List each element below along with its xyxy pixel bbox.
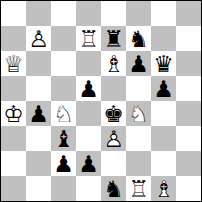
square-b6[interactable] (26, 51, 51, 76)
square-b7[interactable]: ♟♙ (26, 26, 51, 51)
piece-black-rook: ♜ (101, 26, 126, 51)
square-d6[interactable] (76, 51, 101, 76)
square-d2[interactable]: ♟ (76, 151, 101, 176)
piece-black-knight: ♞ (101, 176, 126, 201)
square-h4[interactable] (176, 101, 201, 126)
square-h5[interactable] (176, 76, 201, 101)
piece-black-pawn: ♟ (151, 76, 176, 101)
square-e8[interactable] (101, 1, 126, 26)
square-d1[interactable] (76, 176, 101, 201)
square-g5[interactable]: ♟ (151, 76, 176, 101)
square-h2[interactable] (176, 151, 201, 176)
square-d7[interactable]: ♜♖ (76, 26, 101, 51)
square-e7[interactable]: ♜ (101, 26, 126, 51)
piece-white-bishop: ♝♗ (151, 176, 176, 201)
square-c3[interactable]: ♝ (51, 126, 76, 151)
square-f3[interactable] (126, 126, 151, 151)
piece-black-pawn: ♟ (26, 101, 51, 126)
square-h3[interactable] (176, 126, 201, 151)
square-e2[interactable] (101, 151, 126, 176)
square-c6[interactable] (51, 51, 76, 76)
square-g2[interactable] (151, 151, 176, 176)
piece-white-pawn: ♟♙ (101, 126, 126, 151)
square-b8[interactable] (26, 1, 51, 26)
piece-white-bishop: ♝♗ (101, 51, 126, 76)
piece-black-knight: ♞ (126, 26, 151, 51)
square-a1[interactable] (1, 176, 26, 201)
square-b1[interactable] (26, 176, 51, 201)
square-a5[interactable] (1, 76, 26, 101)
piece-black-pawn: ♟ (76, 151, 101, 176)
square-f2[interactable] (126, 151, 151, 176)
square-b3[interactable] (26, 126, 51, 151)
square-g6[interactable]: ♛ (151, 51, 176, 76)
piece-black-pawn: ♟ (76, 76, 101, 101)
square-e4[interactable]: ♚ (101, 101, 126, 126)
square-b4[interactable]: ♟ (26, 101, 51, 126)
square-e5[interactable] (101, 76, 126, 101)
square-f7[interactable]: ♞ (126, 26, 151, 51)
piece-white-king: ♚♔ (1, 101, 26, 126)
piece-black-bishop: ♝ (51, 126, 76, 151)
square-h7[interactable] (176, 26, 201, 51)
square-f1[interactable]: ♜♖ (126, 176, 151, 201)
square-a2[interactable] (1, 151, 26, 176)
square-a3[interactable] (1, 126, 26, 151)
square-b2[interactable] (26, 151, 51, 176)
square-a7[interactable] (1, 26, 26, 51)
square-c4[interactable]: ♞♘ (51, 101, 76, 126)
square-a6[interactable]: ♛♕ (1, 51, 26, 76)
square-g3[interactable] (151, 126, 176, 151)
square-c5[interactable] (51, 76, 76, 101)
square-e6[interactable]: ♝♗ (101, 51, 126, 76)
square-e3[interactable]: ♟♙ (101, 126, 126, 151)
piece-black-pawn: ♟ (51, 151, 76, 176)
square-f8[interactable] (126, 1, 151, 26)
piece-black-queen: ♛ (151, 51, 176, 76)
piece-white-rook: ♜♖ (126, 176, 151, 201)
square-c1[interactable] (51, 176, 76, 201)
piece-black-pawn: ♟ (126, 51, 151, 76)
square-b5[interactable] (26, 76, 51, 101)
square-d8[interactable] (76, 1, 101, 26)
piece-white-pawn: ♟♙ (26, 26, 51, 51)
square-g7[interactable] (151, 26, 176, 51)
square-d4[interactable] (76, 101, 101, 126)
square-h8[interactable] (176, 1, 201, 26)
square-e1[interactable]: ♞ (101, 176, 126, 201)
piece-white-knight: ♞♘ (51, 101, 76, 126)
square-f5[interactable] (126, 76, 151, 101)
square-c2[interactable]: ♟ (51, 151, 76, 176)
chess-board: ♟♙♜♖♜♞♛♕♝♗♟♛♟♟♚♔♟♞♘♚♞♘♝♟♙♟♟♞♜♖♝♗ (0, 0, 202, 202)
square-d3[interactable] (76, 126, 101, 151)
square-g4[interactable] (151, 101, 176, 126)
piece-white-queen: ♛♕ (1, 51, 26, 76)
piece-white-rook: ♜♖ (76, 26, 101, 51)
square-g1[interactable]: ♝♗ (151, 176, 176, 201)
square-c7[interactable] (51, 26, 76, 51)
square-a8[interactable] (1, 1, 26, 26)
square-d5[interactable]: ♟ (76, 76, 101, 101)
piece-white-knight: ♞♘ (126, 101, 151, 126)
square-h6[interactable] (176, 51, 201, 76)
square-c8[interactable] (51, 1, 76, 26)
square-h1[interactable] (176, 176, 201, 201)
piece-black-king: ♚ (101, 101, 126, 126)
square-a4[interactable]: ♚♔ (1, 101, 26, 126)
square-f4[interactable]: ♞♘ (126, 101, 151, 126)
square-f6[interactable]: ♟ (126, 51, 151, 76)
square-g8[interactable] (151, 1, 176, 26)
